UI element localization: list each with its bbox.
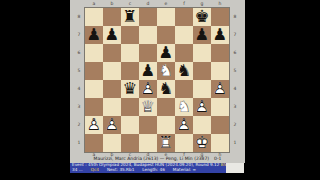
black-pawn-piece: ♟ (211, 26, 229, 44)
file-label-e: e (157, 1, 175, 7)
file-label-h: h (211, 1, 229, 7)
square-f7 (175, 26, 193, 44)
rank-label-2: 2 (75, 116, 83, 134)
square-e4: ♞ (157, 80, 175, 98)
square-g4 (193, 80, 211, 98)
rank-label-8: 8 (231, 8, 239, 26)
video-frame: abcdefgh 87654321 ♜♚♟♟♟♟♟♟♞♘♞♛♟♙♞♟♙♛♕♞♘♟… (0, 0, 320, 180)
rank-label-7: 7 (231, 26, 239, 44)
square-e6: ♟ (157, 44, 175, 62)
rank-label-5: 5 (231, 62, 239, 80)
status-segment: Length: 46 (142, 167, 165, 172)
square-c8: ♜ (121, 8, 139, 26)
square-c5 (121, 62, 139, 80)
square-c2 (121, 116, 139, 134)
square-b8 (103, 8, 121, 26)
square-h7: ♟ (211, 26, 229, 44)
info-bar: Event : 45th Olympiad 2024, Budapest HUN… (70, 163, 226, 173)
rank-labels-right: 87654321 (231, 8, 239, 152)
square-h1 (211, 134, 229, 152)
rank-label-4: 4 (231, 80, 239, 98)
rank-label-3: 3 (75, 98, 83, 116)
black-rook-piece: ♜ (121, 8, 139, 26)
square-g7: ♟ (193, 26, 211, 44)
square-g6 (193, 44, 211, 62)
square-h3 (211, 98, 229, 116)
square-d2 (139, 116, 157, 134)
square-f3: ♞♘ (175, 98, 193, 116)
file-label-a: a (85, 1, 103, 7)
rank-label-5: 5 (75, 62, 83, 80)
square-f6 (175, 44, 193, 62)
black-pawn-piece: ♟ (139, 62, 157, 80)
status-segment: Next: 35.Rb1 (107, 167, 134, 172)
square-f5: ♞ (175, 62, 193, 80)
status-segment: 34 ... (72, 167, 83, 172)
white-knight-piece: ♞♘ (157, 62, 175, 80)
square-e7 (157, 26, 175, 44)
info-bar-spacer (226, 163, 244, 173)
rank-label-3: 3 (231, 98, 239, 116)
white-king-piece: ♚♔ (193, 134, 211, 152)
black-pawn-piece: ♟ (85, 26, 103, 44)
square-g5 (193, 62, 211, 80)
square-b3 (103, 98, 121, 116)
chess-board: ♜♚♟♟♟♟♟♟♞♘♞♛♟♙♞♟♙♛♕♞♘♟♙♟♙♟♙♟♙♜♖♚♔ (85, 8, 229, 152)
black-knight-piece: ♞ (175, 62, 193, 80)
square-c1 (121, 134, 139, 152)
square-f8 (175, 8, 193, 26)
chessboard-panel: abcdefgh 87654321 ♜♚♟♟♟♟♟♟♞♘♞♛♟♙♞♟♙♛♕♞♘♟… (70, 0, 245, 163)
rank-label-8: 8 (75, 8, 83, 26)
white-pawn-piece: ♟♙ (139, 80, 157, 98)
status-segment: Material: = (173, 167, 196, 172)
status-segment: Qc4 (91, 167, 99, 172)
white-pawn-piece: ♟♙ (103, 116, 121, 134)
white-pawn-piece: ♟♙ (193, 98, 211, 116)
square-f1 (175, 134, 193, 152)
file-label-f: f (175, 1, 193, 7)
file-label-b: b (103, 1, 121, 7)
square-c3 (121, 98, 139, 116)
rank-label-7: 7 (75, 26, 83, 44)
square-h4: ♟♙ (211, 80, 229, 98)
square-a2: ♟♙ (85, 116, 103, 134)
white-pawn-piece: ♟♙ (211, 80, 229, 98)
rank-label-1: 1 (231, 134, 239, 152)
square-h2 (211, 116, 229, 134)
square-d8 (139, 8, 157, 26)
black-pawn-piece: ♟ (193, 26, 211, 44)
square-b5 (103, 62, 121, 80)
square-h5 (211, 62, 229, 80)
player-names: Maurizzi, Marc Andria (2613) — Peng, Li … (94, 156, 210, 161)
rank-label-6: 6 (75, 44, 83, 62)
white-pawn-piece: ♟♙ (85, 116, 103, 134)
black-queen-piece: ♛ (121, 80, 139, 98)
rank-labels-left: 87654321 (75, 8, 83, 152)
square-d7 (139, 26, 157, 44)
square-g3: ♟♙ (193, 98, 211, 116)
square-g1: ♚♔ (193, 134, 211, 152)
file-label-d: d (139, 1, 157, 7)
square-h8 (211, 8, 229, 26)
black-pawn-piece: ♟ (157, 44, 175, 62)
square-g8: ♚ (193, 8, 211, 26)
square-h6 (211, 44, 229, 62)
square-b1 (103, 134, 121, 152)
rank-label-2: 2 (231, 116, 239, 134)
square-a8 (85, 8, 103, 26)
white-knight-piece: ♞♘ (175, 98, 193, 116)
black-king-piece: ♚ (193, 8, 211, 26)
square-b2: ♟♙ (103, 116, 121, 134)
square-d1 (139, 134, 157, 152)
square-d6 (139, 44, 157, 62)
square-a7: ♟ (85, 26, 103, 44)
game-caption: Maurizzi, Marc Andria (2613) — Peng, Li … (70, 155, 245, 162)
square-c6 (121, 44, 139, 62)
square-e1: ♜♖ (157, 134, 175, 152)
rank-label-6: 6 (231, 44, 239, 62)
square-a1 (85, 134, 103, 152)
square-e5: ♞♘ (157, 62, 175, 80)
rank-label-1: 1 (75, 134, 83, 152)
square-a6 (85, 44, 103, 62)
square-b6 (103, 44, 121, 62)
square-c4: ♛ (121, 80, 139, 98)
square-a5 (85, 62, 103, 80)
square-d4: ♟♙ (139, 80, 157, 98)
square-c7 (121, 26, 139, 44)
black-knight-piece: ♞ (157, 80, 175, 98)
black-pawn-piece: ♟ (103, 26, 121, 44)
rank-label-4: 4 (75, 80, 83, 98)
white-pawn-piece: ♟♙ (175, 116, 193, 134)
square-f4 (175, 80, 193, 98)
white-rook-piece: ♜♖ (157, 134, 175, 152)
square-e2 (157, 116, 175, 134)
game-result: 0-1 (214, 156, 221, 161)
white-queen-piece: ♛♕ (139, 98, 157, 116)
square-d3: ♛♕ (139, 98, 157, 116)
square-a3 (85, 98, 103, 116)
square-b4 (103, 80, 121, 98)
square-d5: ♟ (139, 62, 157, 80)
status-line: 34 ...Qc4Next: 35.Rb1Length: 46Material:… (70, 168, 226, 173)
square-g2 (193, 116, 211, 134)
square-f2: ♟♙ (175, 116, 193, 134)
square-e8 (157, 8, 175, 26)
square-a4 (85, 80, 103, 98)
square-b7: ♟ (103, 26, 121, 44)
square-e3 (157, 98, 175, 116)
